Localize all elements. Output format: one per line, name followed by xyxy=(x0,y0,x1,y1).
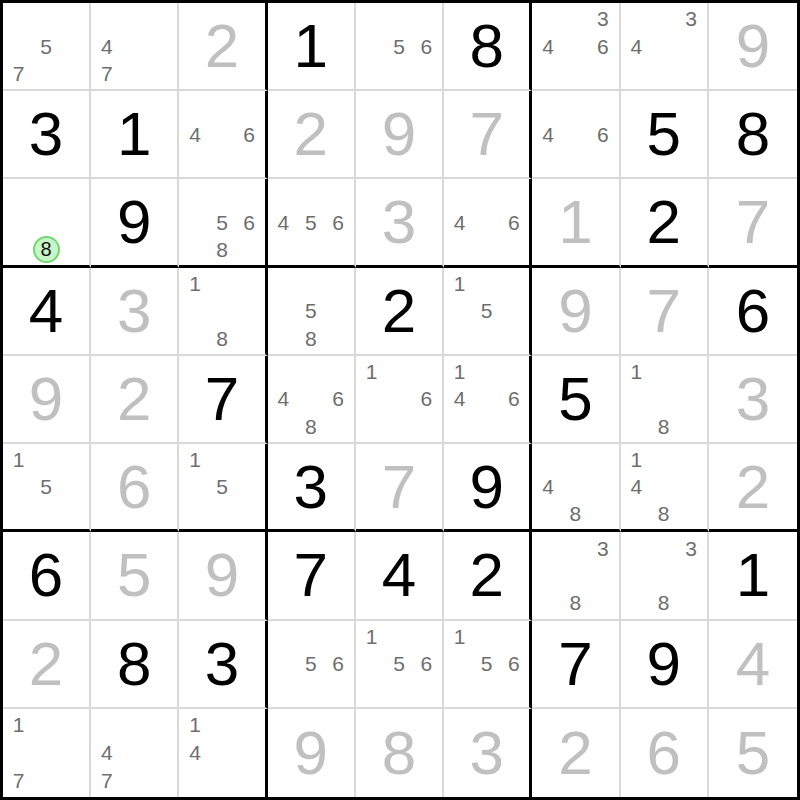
candidate-empty xyxy=(446,297,473,324)
candidate-empty xyxy=(677,473,704,500)
cell-r6c1[interactable]: 15 xyxy=(3,444,91,532)
cell-r6c6[interactable]: 9 xyxy=(444,444,532,532)
candidate-empty xyxy=(589,562,616,589)
candidate-empty xyxy=(413,677,440,704)
cell-r5c9[interactable]: 3 xyxy=(709,356,797,444)
candidate-empty xyxy=(500,413,527,440)
candidate-8: 8 xyxy=(209,324,236,351)
cell-r2c7[interactable]: 46 xyxy=(532,91,620,179)
given-digit: 2 xyxy=(621,179,707,264)
candidate-empty xyxy=(324,181,351,208)
candidate-6: 6 xyxy=(324,209,351,236)
candidate-empty xyxy=(236,739,263,767)
pencil-marks: 47 xyxy=(93,711,175,795)
candidate-empty xyxy=(93,5,120,32)
pencil-marks: 146 xyxy=(446,358,527,440)
cell-r6c9[interactable]: 2 xyxy=(709,444,797,532)
cell-r4c5[interactable]: 2 xyxy=(356,268,444,356)
candidate-empty xyxy=(209,500,236,527)
cell-r1c8[interactable]: 34 xyxy=(621,3,709,91)
solved-digit: 8 xyxy=(356,709,442,797)
candidate-empty xyxy=(589,148,616,175)
candidate-empty xyxy=(623,589,650,616)
cell-r3c9[interactable]: 7 xyxy=(709,179,797,267)
given-digit: 3 xyxy=(268,444,354,529)
cell-r3c1[interactable]: 8 xyxy=(3,179,91,267)
candidate-empty xyxy=(562,5,589,32)
given-digit: 6 xyxy=(709,268,797,354)
candidate-empty xyxy=(181,209,208,236)
cell-r1c5[interactable]: 56 xyxy=(356,3,444,91)
cell-r1c2[interactable]: 47 xyxy=(91,3,179,91)
pencil-marks: 148 xyxy=(623,446,705,527)
candidate-empty xyxy=(236,446,263,473)
candidate-empty xyxy=(32,500,59,527)
given-digit: 1 xyxy=(91,91,177,177)
candidate-empty xyxy=(534,589,561,616)
candidate-empty xyxy=(446,650,473,677)
candidate-empty xyxy=(148,60,175,87)
candidate-1: 1 xyxy=(181,711,208,739)
cell-r3c2[interactable]: 9 xyxy=(91,179,179,267)
given-digit: 5 xyxy=(532,356,618,442)
candidate-5: 5 xyxy=(297,650,324,677)
candidate-empty xyxy=(60,446,87,473)
cell-r2c1[interactable]: 3 xyxy=(3,91,91,179)
candidate-empty xyxy=(623,60,650,87)
candidate-empty xyxy=(534,5,561,32)
pencil-marks: 8 xyxy=(5,181,87,262)
candidate-empty xyxy=(181,181,208,208)
cell-r5c2[interactable]: 2 xyxy=(91,356,179,444)
candidate-empty xyxy=(385,358,412,385)
candidate-8: 8 xyxy=(650,500,677,527)
candidate-5: 5 xyxy=(385,32,412,59)
cell-r3c6[interactable]: 46 xyxy=(444,179,532,267)
candidate-6: 6 xyxy=(413,32,440,59)
candidate-empty xyxy=(534,148,561,175)
candidate-empty xyxy=(677,385,704,412)
candidate-empty xyxy=(5,181,32,208)
given-digit: 7 xyxy=(179,356,264,442)
candidate-8: 8 xyxy=(650,413,677,440)
cell-r8c7[interactable]: 7 xyxy=(532,621,620,709)
candidate-empty xyxy=(534,534,561,561)
candidate-empty xyxy=(358,385,385,412)
cell-r7c7[interactable]: 38 xyxy=(532,532,620,620)
cell-r9c7[interactable]: 2 xyxy=(532,709,620,797)
candidate-empty xyxy=(562,32,589,59)
candidate-empty xyxy=(93,711,120,739)
cell-r8c5[interactable]: 156 xyxy=(356,621,444,709)
candidate-5: 5 xyxy=(297,297,324,324)
candidate-empty xyxy=(358,5,385,32)
cell-r1c4[interactable]: 1 xyxy=(268,3,356,91)
candidate-empty xyxy=(270,236,297,263)
solved-digit: 9 xyxy=(3,356,89,442)
given-digit: 2 xyxy=(444,532,529,618)
candidate-empty xyxy=(677,562,704,589)
given-digit: 8 xyxy=(709,91,797,177)
candidate-empty xyxy=(413,5,440,32)
candidate-empty xyxy=(32,181,59,208)
cell-r4c6[interactable]: 15 xyxy=(444,268,532,356)
candidate-empty xyxy=(236,181,263,208)
candidate-6: 6 xyxy=(413,385,440,412)
cell-r7c4[interactable]: 7 xyxy=(268,532,356,620)
candidate-empty xyxy=(297,270,324,297)
cell-r1c7[interactable]: 346 xyxy=(532,3,620,91)
candidate-empty xyxy=(297,677,324,704)
solved-digit: 9 xyxy=(709,3,797,89)
candidate-empty xyxy=(209,446,236,473)
candidate-5: 5 xyxy=(32,473,59,500)
candidate-6: 6 xyxy=(324,385,351,412)
candidate-6: 6 xyxy=(413,650,440,677)
cell-r1c6[interactable]: 8 xyxy=(444,3,532,91)
candidate-empty xyxy=(181,324,208,351)
candidate-1: 1 xyxy=(181,270,208,297)
candidate-empty xyxy=(209,767,236,795)
cell-r7c5[interactable]: 4 xyxy=(356,532,444,620)
cell-r7c9[interactable]: 1 xyxy=(709,532,797,620)
candidate-empty xyxy=(650,385,677,412)
cell-r5c1[interactable]: 9 xyxy=(3,356,91,444)
candidate-5: 5 xyxy=(473,650,500,677)
candidate-empty xyxy=(562,93,589,120)
candidate-8: 8 xyxy=(562,500,589,527)
candidate-5: 5 xyxy=(473,297,500,324)
candidate-8: 8 xyxy=(650,589,677,616)
candidate-empty xyxy=(589,93,616,120)
cell-r8c4[interactable]: 56 xyxy=(268,621,356,709)
candidate-4: 4 xyxy=(446,385,473,412)
candidate-4: 4 xyxy=(93,739,120,767)
candidate-empty xyxy=(500,236,527,263)
candidate-empty xyxy=(148,32,175,59)
candidate-empty xyxy=(500,677,527,704)
solved-digit: 6 xyxy=(91,444,177,529)
candidate-empty xyxy=(5,739,32,767)
candidate-empty xyxy=(297,385,324,412)
candidate-empty xyxy=(677,500,704,527)
candidate-empty xyxy=(270,181,297,208)
pencil-marks: 16 xyxy=(358,358,440,440)
candidate-empty xyxy=(562,446,589,473)
candidate-empty xyxy=(32,446,59,473)
cell-r6c3[interactable]: 15 xyxy=(179,444,267,532)
cell-r5c8[interactable]: 18 xyxy=(621,356,709,444)
candidate-empty xyxy=(623,534,650,561)
candidate-6: 6 xyxy=(236,121,263,148)
cell-r6c8[interactable]: 148 xyxy=(621,444,709,532)
cell-r5c3[interactable]: 7 xyxy=(179,356,267,444)
pencil-marks: 14 xyxy=(181,711,262,795)
candidate-empty xyxy=(385,623,412,650)
solved-digit: 9 xyxy=(356,91,442,177)
candidate-empty xyxy=(121,711,148,739)
solved-digit: 3 xyxy=(91,268,177,354)
pencil-marks: 17 xyxy=(5,711,87,795)
cell-r4c1[interactable]: 4 xyxy=(3,268,91,356)
cell-r7c3[interactable]: 9 xyxy=(179,532,267,620)
candidate-empty xyxy=(236,473,263,500)
cell-r3c4[interactable]: 456 xyxy=(268,179,356,267)
candidate-empty xyxy=(589,446,616,473)
candidate-empty xyxy=(32,5,59,32)
candidate-empty xyxy=(413,60,440,87)
candidate-empty xyxy=(60,500,87,527)
cell-r1c1[interactable]: 57 xyxy=(3,3,91,91)
candidate-empty xyxy=(562,562,589,589)
solved-digit: 7 xyxy=(621,268,707,354)
candidate-empty xyxy=(121,5,148,32)
cell-r8c1[interactable]: 2 xyxy=(3,621,91,709)
candidate-empty xyxy=(589,500,616,527)
candidate-empty xyxy=(181,500,208,527)
candidate-empty xyxy=(500,297,527,324)
solved-digit: 9 xyxy=(532,268,618,354)
cell-r8c2[interactable]: 8 xyxy=(91,621,179,709)
candidate-empty xyxy=(562,534,589,561)
pencil-marks: 57 xyxy=(5,5,87,87)
candidate-6: 6 xyxy=(589,32,616,59)
pencil-marks: 56 xyxy=(358,5,440,87)
candidate-empty xyxy=(473,385,500,412)
cell-r8c3[interactable]: 3 xyxy=(179,621,267,709)
candidate-empty xyxy=(358,32,385,59)
candidate-empty xyxy=(446,413,473,440)
given-digit: 1 xyxy=(709,532,797,618)
solved-digit: 9 xyxy=(268,709,354,797)
cell-r6c2[interactable]: 6 xyxy=(91,444,179,532)
candidate-empty xyxy=(181,767,208,795)
candidate-1: 1 xyxy=(623,358,650,385)
candidate-empty xyxy=(5,32,32,59)
candidate-empty xyxy=(650,358,677,385)
candidate-4: 4 xyxy=(623,473,650,500)
solved-digit: 5 xyxy=(709,709,797,797)
candidate-empty xyxy=(32,711,59,739)
candidate-empty xyxy=(209,270,236,297)
given-digit: 3 xyxy=(179,621,264,707)
cell-r9c4[interactable]: 9 xyxy=(268,709,356,797)
cell-r2c2[interactable]: 1 xyxy=(91,91,179,179)
cell-r9c6[interactable]: 3 xyxy=(444,709,532,797)
cell-r4c9[interactable]: 6 xyxy=(709,268,797,356)
candidate-empty xyxy=(562,60,589,87)
candidate-empty xyxy=(650,446,677,473)
candidate-3: 3 xyxy=(589,534,616,561)
solved-digit: 2 xyxy=(91,356,177,442)
candidate-4: 4 xyxy=(93,32,120,59)
candidate-5: 5 xyxy=(209,473,236,500)
cell-r4c2[interactable]: 3 xyxy=(91,268,179,356)
pencil-marks: 156 xyxy=(446,623,527,705)
candidate-empty xyxy=(623,413,650,440)
sudoku-board: 5747215683463493146297465889568456346127… xyxy=(0,0,800,800)
cell-r7c1[interactable]: 6 xyxy=(3,532,91,620)
candidate-4: 4 xyxy=(181,121,208,148)
candidate-empty xyxy=(650,562,677,589)
given-digit: 9 xyxy=(91,179,177,264)
candidate-empty xyxy=(236,324,263,351)
candidate-8: 8 xyxy=(32,236,59,263)
cell-r6c4[interactable]: 3 xyxy=(268,444,356,532)
pencil-marks: 346 xyxy=(534,5,616,87)
candidate-empty xyxy=(32,209,59,236)
candidate-empty xyxy=(60,473,87,500)
candidate-empty xyxy=(60,711,87,739)
cell-r2c4[interactable]: 2 xyxy=(268,91,356,179)
cell-r4c8[interactable]: 7 xyxy=(621,268,709,356)
cell-r2c8[interactable]: 5 xyxy=(621,91,709,179)
cell-r1c9[interactable]: 9 xyxy=(709,3,797,91)
cell-r9c3[interactable]: 14 xyxy=(179,709,267,797)
highlighted-candidate[interactable]: 8 xyxy=(33,236,60,263)
cell-r8c6[interactable]: 156 xyxy=(444,621,532,709)
pencil-marks: 38 xyxy=(623,534,705,616)
cell-r2c3[interactable]: 46 xyxy=(179,91,267,179)
candidate-empty xyxy=(209,93,236,120)
cell-r9c9[interactable]: 5 xyxy=(709,709,797,797)
cell-r1c3[interactable]: 2 xyxy=(179,3,267,91)
candidate-empty xyxy=(270,297,297,324)
candidate-empty xyxy=(473,677,500,704)
candidate-5: 5 xyxy=(32,32,59,59)
pencil-marks: 15 xyxy=(181,446,262,527)
cell-r8c9[interactable]: 4 xyxy=(709,621,797,709)
cell-r7c8[interactable]: 38 xyxy=(621,532,709,620)
candidate-empty xyxy=(385,413,412,440)
solved-digit: 3 xyxy=(709,356,797,442)
cell-r3c5[interactable]: 3 xyxy=(356,179,444,267)
candidate-empty xyxy=(358,677,385,704)
cell-r5c7[interactable]: 5 xyxy=(532,356,620,444)
cell-r4c4[interactable]: 58 xyxy=(268,268,356,356)
candidate-empty xyxy=(181,148,208,175)
given-digit: 4 xyxy=(3,268,89,354)
candidate-empty xyxy=(236,236,263,263)
candidate-empty xyxy=(5,209,32,236)
solved-digit: 2 xyxy=(3,621,89,707)
solved-digit: 2 xyxy=(179,3,264,89)
candidate-empty xyxy=(534,500,561,527)
candidate-empty xyxy=(236,500,263,527)
candidate-empty xyxy=(562,148,589,175)
candidate-8: 8 xyxy=(209,236,236,263)
candidate-empty xyxy=(324,358,351,385)
cell-r4c3[interactable]: 18 xyxy=(179,268,267,356)
candidate-empty xyxy=(446,181,473,208)
candidate-empty xyxy=(297,623,324,650)
given-digit: 7 xyxy=(532,621,618,707)
candidate-empty xyxy=(181,297,208,324)
candidate-6: 6 xyxy=(500,650,527,677)
cell-r9c1[interactable]: 17 xyxy=(3,709,91,797)
given-digit: 7 xyxy=(268,532,354,618)
candidate-empty xyxy=(209,297,236,324)
candidate-empty xyxy=(209,148,236,175)
candidate-empty xyxy=(297,181,324,208)
candidate-empty xyxy=(650,32,677,59)
candidate-empty xyxy=(209,739,236,767)
cell-r5c4[interactable]: 468 xyxy=(268,356,356,444)
candidate-6: 6 xyxy=(236,209,263,236)
candidate-1: 1 xyxy=(623,446,650,473)
candidate-empty xyxy=(500,270,527,297)
candidate-empty xyxy=(562,473,589,500)
candidate-empty xyxy=(358,60,385,87)
candidate-5: 5 xyxy=(209,209,236,236)
candidate-empty xyxy=(650,473,677,500)
candidate-empty xyxy=(473,270,500,297)
candidate-empty xyxy=(650,5,677,32)
cell-r3c8[interactable]: 2 xyxy=(621,179,709,267)
cell-r6c7[interactable]: 48 xyxy=(532,444,620,532)
candidate-empty xyxy=(236,148,263,175)
solved-digit: 1 xyxy=(532,179,618,264)
candidate-8: 8 xyxy=(297,413,324,440)
cell-r2c9[interactable]: 8 xyxy=(709,91,797,179)
candidate-4: 4 xyxy=(534,121,561,148)
candidate-empty xyxy=(473,623,500,650)
cell-r2c6[interactable]: 7 xyxy=(444,91,532,179)
pencil-marks: 18 xyxy=(181,270,262,352)
cell-r5c6[interactable]: 146 xyxy=(444,356,532,444)
cell-r3c3[interactable]: 568 xyxy=(179,179,267,267)
candidate-empty xyxy=(60,32,87,59)
solved-digit: 7 xyxy=(709,179,797,264)
given-digit: 2 xyxy=(356,268,442,354)
cell-r5c5[interactable]: 16 xyxy=(356,356,444,444)
candidate-empty xyxy=(32,767,59,795)
pencil-marks: 34 xyxy=(623,5,705,87)
cell-r9c5[interactable]: 8 xyxy=(356,709,444,797)
solved-digit: 4 xyxy=(709,621,797,707)
cell-r3c7[interactable]: 1 xyxy=(532,179,620,267)
candidate-empty xyxy=(148,739,175,767)
cell-r4c7[interactable]: 9 xyxy=(532,268,620,356)
cell-r6c5[interactable]: 7 xyxy=(356,444,444,532)
candidate-empty xyxy=(32,60,59,87)
pencil-marks: 58 xyxy=(270,270,352,352)
cell-r9c8[interactable]: 6 xyxy=(621,709,709,797)
candidate-4: 4 xyxy=(534,32,561,59)
pencil-marks: 15 xyxy=(5,446,87,527)
solved-digit: 7 xyxy=(356,444,442,529)
candidate-empty xyxy=(650,60,677,87)
solved-digit: 6 xyxy=(621,709,707,797)
candidate-empty xyxy=(500,181,527,208)
cell-r8c8[interactable]: 9 xyxy=(621,621,709,709)
cell-r7c2[interactable]: 5 xyxy=(91,532,179,620)
cell-r9c2[interactable]: 47 xyxy=(91,709,179,797)
candidate-empty xyxy=(473,209,500,236)
pencil-marks: 18 xyxy=(623,358,705,440)
solved-digit: 2 xyxy=(532,709,618,797)
candidate-7: 7 xyxy=(5,767,32,795)
cell-r7c6[interactable]: 2 xyxy=(444,532,532,620)
candidate-empty xyxy=(562,121,589,148)
candidate-1: 1 xyxy=(5,711,32,739)
candidate-empty xyxy=(473,358,500,385)
candidate-empty xyxy=(677,32,704,59)
candidate-empty xyxy=(623,562,650,589)
solved-digit: 7 xyxy=(444,91,529,177)
candidate-empty xyxy=(297,358,324,385)
cell-r2c5[interactable]: 9 xyxy=(356,91,444,179)
